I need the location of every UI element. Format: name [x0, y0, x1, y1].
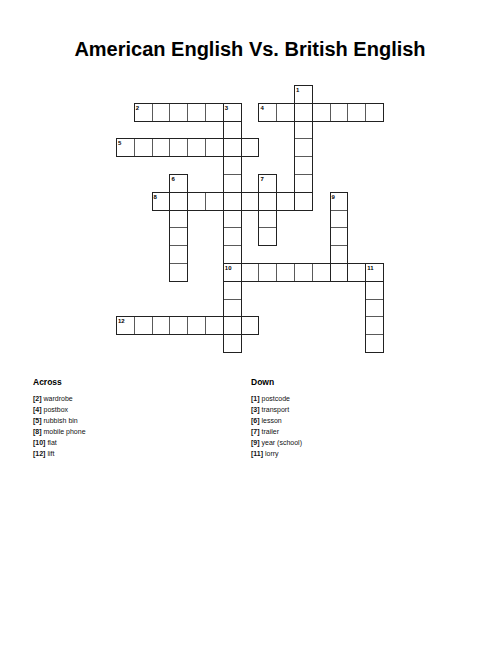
- grid-cell-r4c6[interactable]: [223, 156, 242, 175]
- grid-cell-r2c6[interactable]: [223, 121, 242, 140]
- grid-cell-r14c14[interactable]: [365, 334, 384, 353]
- down-header: Down: [251, 377, 461, 387]
- grid-cell-r1c10[interactable]: [294, 103, 313, 122]
- grid-cell-r6c10[interactable]: [294, 192, 313, 211]
- grid-cell-r1c12[interactable]: [330, 103, 349, 122]
- grid-cell-r10c14[interactable]: [365, 263, 384, 282]
- clue-across-4: [4] postbox: [33, 404, 243, 415]
- clue-down-3: [3] transport: [251, 404, 461, 415]
- grid-cell-r7c12[interactable]: [330, 210, 349, 229]
- grid-cell-r13c0[interactable]: [116, 316, 135, 335]
- grid-cell-r5c8[interactable]: [258, 174, 277, 193]
- clue-down-9: [9] year (school): [251, 437, 461, 448]
- grid-cell-r13c1[interactable]: [134, 316, 153, 335]
- grid-cell-r14c6[interactable]: [223, 334, 242, 353]
- grid-cell-r1c13[interactable]: [347, 103, 366, 122]
- grid-cell-r1c4[interactable]: [187, 103, 206, 122]
- grid-cell-r4c10[interactable]: [294, 156, 313, 175]
- grid-cell-r3c10[interactable]: [294, 138, 313, 157]
- grid-cell-r8c6[interactable]: [223, 227, 242, 246]
- down-clues-section: Down [1] postcode[3] transport[6] lesson…: [251, 377, 461, 459]
- down-clue-list: [1] postcode[3] transport[6] lesson[7] t…: [251, 393, 461, 459]
- grid-cell-r1c8[interactable]: [258, 103, 277, 122]
- grid-cell-r6c4[interactable]: [187, 192, 206, 211]
- grid-cell-r10c8[interactable]: [258, 263, 277, 282]
- grid-cell-r8c3[interactable]: [169, 227, 188, 246]
- grid-cell-r9c12[interactable]: [330, 245, 349, 264]
- grid-cell-r10c3[interactable]: [169, 263, 188, 282]
- grid-cell-r6c9[interactable]: [276, 192, 295, 211]
- grid-cell-r13c5[interactable]: [205, 316, 224, 335]
- grid-cell-r3c3[interactable]: [169, 138, 188, 157]
- grid-cell-r6c7[interactable]: [241, 192, 260, 211]
- clue-across-5: [5] rubbish bin: [33, 415, 243, 426]
- grid-cell-r9c6[interactable]: [223, 245, 242, 264]
- crossword-grid: 123456789101112: [116, 85, 385, 354]
- grid-cell-r5c6[interactable]: [223, 174, 242, 193]
- grid-cell-r1c1[interactable]: [134, 103, 153, 122]
- grid-cell-r5c10[interactable]: [294, 174, 313, 193]
- grid-cell-r8c8[interactable]: [258, 227, 277, 246]
- grid-cell-r10c10[interactable]: [294, 263, 313, 282]
- grid-cell-r1c5[interactable]: [205, 103, 224, 122]
- grid-cell-r1c11[interactable]: [312, 103, 331, 122]
- grid-cell-r13c3[interactable]: [169, 316, 188, 335]
- grid-cell-r7c3[interactable]: [169, 210, 188, 229]
- grid-cell-r13c7[interactable]: [241, 316, 260, 335]
- grid-cell-r11c14[interactable]: [365, 281, 384, 300]
- grid-cell-r5c3[interactable]: [169, 174, 188, 193]
- clue-down-11: [11] lorry: [251, 448, 461, 459]
- clue-down-6: [6] lesson: [251, 415, 461, 426]
- grid-cell-r13c6[interactable]: [223, 316, 242, 335]
- grid-cell-r7c8[interactable]: [258, 210, 277, 229]
- grid-cell-r8c12[interactable]: [330, 227, 349, 246]
- grid-cell-r11c6[interactable]: [223, 281, 242, 300]
- grid-cell-r10c9[interactable]: [276, 263, 295, 282]
- grid-cell-r0c10[interactable]: [294, 85, 313, 104]
- across-clue-list: [2] wardrobe[4] postbox[5] rubbish bin[8…: [33, 393, 243, 459]
- grid-cell-r12c6[interactable]: [223, 299, 242, 318]
- grid-cell-r9c3[interactable]: [169, 245, 188, 264]
- grid-cell-r6c3[interactable]: [169, 192, 188, 211]
- grid-cell-r7c6[interactable]: [223, 210, 242, 229]
- grid-cell-r6c8[interactable]: [258, 192, 277, 211]
- grid-cell-r6c6[interactable]: [223, 192, 242, 211]
- grid-cell-r12c14[interactable]: [365, 299, 384, 318]
- grid-cell-r3c2[interactable]: [152, 138, 171, 157]
- grid-cell-r10c6[interactable]: [223, 263, 242, 282]
- grid-cell-r13c2[interactable]: [152, 316, 171, 335]
- grid-cell-r3c0[interactable]: [116, 138, 135, 157]
- clue-down-1: [1] postcode: [251, 393, 461, 404]
- grid-cell-r1c2[interactable]: [152, 103, 171, 122]
- grid-cell-r3c7[interactable]: [241, 138, 260, 157]
- grid-cell-r13c14[interactable]: [365, 316, 384, 335]
- grid-cell-r3c4[interactable]: [187, 138, 206, 157]
- grid-cell-r3c6[interactable]: [223, 138, 242, 157]
- clue-across-8: [8] mobile phone: [33, 426, 243, 437]
- grid-cell-r2c10[interactable]: [294, 121, 313, 140]
- grid-cell-r13c4[interactable]: [187, 316, 206, 335]
- clue-down-7: [7] trailer: [251, 426, 461, 437]
- grid-cell-r1c6[interactable]: [223, 103, 242, 122]
- worksheet-page: American English Vs. British English 123…: [0, 0, 500, 647]
- grid-cell-r6c12[interactable]: [330, 192, 349, 211]
- clue-across-2: [2] wardrobe: [33, 393, 243, 404]
- grid-cell-r3c1[interactable]: [134, 138, 153, 157]
- grid-cell-r3c5[interactable]: [205, 138, 224, 157]
- grid-cell-r1c9[interactable]: [276, 103, 295, 122]
- puzzle-title: American English Vs. British English: [0, 38, 500, 61]
- clue-across-10: [10] flat: [33, 437, 243, 448]
- grid-cell-r10c11[interactable]: [312, 263, 331, 282]
- grid-cell-r1c14[interactable]: [365, 103, 384, 122]
- across-clues-section: Across [2] wardrobe[4] postbox[5] rubbis…: [33, 377, 243, 459]
- clue-across-12: [12] lift: [33, 448, 243, 459]
- grid-cell-r10c13[interactable]: [347, 263, 366, 282]
- across-header: Across: [33, 377, 243, 387]
- grid-cell-r10c7[interactable]: [241, 263, 260, 282]
- grid-cell-r1c3[interactable]: [169, 103, 188, 122]
- grid-cell-r6c2[interactable]: [152, 192, 171, 211]
- grid-cell-r10c12[interactable]: [330, 263, 349, 282]
- grid-cell-r6c5[interactable]: [205, 192, 224, 211]
